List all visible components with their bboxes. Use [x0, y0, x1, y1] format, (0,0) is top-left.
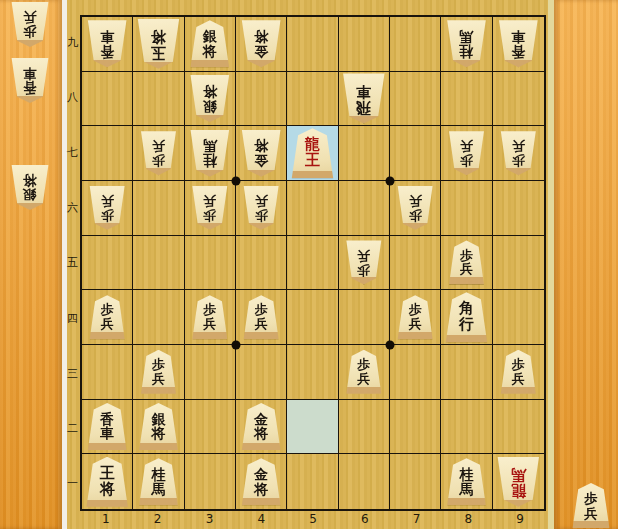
rank-labels: 九八七六五四三二一 — [65, 15, 80, 511]
piece-kanji: 龍馬 — [511, 466, 526, 498]
board-cell-4-七[interactable]: 金将 — [236, 126, 287, 181]
piece-kanji: 桂馬 — [459, 29, 473, 59]
board-grid: 香車玉将銀将金将桂馬香車銀将飛車歩兵桂馬金将龍王歩兵歩兵歩兵歩兵歩兵歩兵歩兵歩兵… — [80, 15, 546, 511]
piece-kanji: 歩兵 — [409, 303, 422, 331]
piece-pawn[interactable]: 歩兵 — [191, 295, 229, 339]
piece-kanji: 歩兵 — [23, 10, 37, 39]
board-cell-6-一[interactable] — [339, 454, 390, 509]
board-cell-4-九[interactable]: 金将 — [236, 17, 287, 72]
board-cell-7-八[interactable] — [390, 72, 441, 127]
piece-pawn[interactable]: 歩兵 — [499, 350, 537, 394]
board-cell-4-五[interactable] — [236, 236, 287, 291]
piece-kanji: 歩兵 — [101, 194, 114, 222]
board-cell-1-八[interactable] — [82, 72, 133, 127]
board-cell-2-一[interactable]: 桂馬 — [133, 454, 184, 509]
board-cell-1-二[interactable]: 香車 — [82, 400, 133, 455]
piece-kanji: 歩兵 — [357, 358, 370, 386]
board-cell-8-八[interactable] — [441, 72, 492, 127]
piece-pawn[interactable]: 歩兵 — [88, 186, 126, 230]
hand-tray-bottom-player: 歩兵 — [554, 0, 618, 529]
piece-kanji: 歩兵 — [512, 358, 525, 386]
board-cell-4-二[interactable]: 金将 — [236, 400, 287, 455]
piece-pawn[interactable]: 歩兵 — [345, 240, 383, 284]
board-cell-8-三[interactable] — [441, 345, 492, 400]
board-cell-1-四[interactable]: 歩兵 — [82, 290, 133, 345]
piece-kanji: 歩兵 — [255, 303, 268, 331]
hand-piece-pawn[interactable]: 歩兵 — [571, 483, 611, 528]
piece-kanji: 桂馬 — [459, 467, 473, 497]
file-label-8: 8 — [442, 510, 494, 528]
piece-kanji: 歩兵 — [460, 139, 473, 167]
board-cell-6-五[interactable]: 歩兵 — [339, 236, 390, 291]
board-cell-8-一[interactable]: 桂馬 — [441, 454, 492, 509]
piece-kanji: 龍王 — [305, 137, 320, 169]
rank-label-六: 六 — [65, 180, 80, 235]
board-cell-9-八[interactable] — [493, 72, 544, 127]
file-label-5: 5 — [287, 510, 339, 528]
piece-bishop[interactable]: 角行 — [444, 292, 489, 342]
board-cell-6-八[interactable]: 飛車 — [339, 72, 390, 127]
piece-kanji: 銀将 — [203, 84, 217, 114]
board-cell-3-四[interactable]: 歩兵 — [185, 290, 236, 345]
board-cell-7-三[interactable] — [390, 345, 441, 400]
piece-pawn[interactable]: 歩兵 — [191, 186, 229, 230]
board-cell-7-九[interactable] — [390, 17, 441, 72]
board-cell-6-六[interactable] — [339, 181, 390, 236]
piece-pawn[interactable]: 歩兵 — [139, 131, 177, 175]
board-cell-1-五[interactable] — [82, 236, 133, 291]
piece-kanji: 歩兵 — [203, 194, 216, 222]
piece-kanji: 歩兵 — [152, 139, 165, 167]
hand-piece-pawn[interactable]: 歩兵 — [10, 2, 50, 47]
piece-pawn[interactable]: 歩兵 — [396, 295, 434, 339]
board-cell-2-六[interactable] — [133, 181, 184, 236]
piece-gold[interactable]: 金将 — [240, 403, 282, 450]
hand-piece-lance[interactable]: 香車 — [10, 58, 50, 103]
board-cell-4-四[interactable]: 歩兵 — [236, 290, 287, 345]
piece-promoted-rook[interactable]: 龍王 — [290, 128, 335, 178]
file-label-3: 3 — [184, 510, 236, 528]
board-cell-2-五[interactable] — [133, 236, 184, 291]
board-cell-4-六[interactable]: 歩兵 — [236, 181, 287, 236]
piece-knight[interactable]: 桂馬 — [137, 458, 179, 505]
piece-pawn[interactable]: 歩兵 — [242, 295, 280, 339]
piece-kanji: 銀将 — [23, 173, 37, 202]
board-cell-5-三[interactable] — [287, 345, 338, 400]
board-cell-4-八[interactable] — [236, 72, 287, 127]
board-cell-8-四[interactable]: 角行 — [441, 290, 492, 345]
piece-pawn[interactable]: 歩兵 — [242, 186, 280, 230]
piece-knight[interactable]: 桂馬 — [189, 130, 231, 177]
piece-pawn[interactable]: 歩兵 — [139, 350, 177, 394]
board-cell-2-九[interactable]: 玉将 — [133, 17, 184, 72]
rank-label-七: 七 — [65, 125, 80, 180]
board-cell-5-四[interactable] — [287, 290, 338, 345]
piece-gold[interactable]: 金将 — [240, 458, 282, 505]
piece-kanji: 歩兵 — [152, 358, 165, 386]
piece-kanji: 飛車 — [356, 83, 371, 115]
rank-label-五: 五 — [65, 235, 80, 290]
board-cell-7-七[interactable] — [390, 126, 441, 181]
shogi-app: 歩兵香車銀将 九八七六五四三二一 香車玉将銀将金将桂馬香車銀将飛車歩兵桂馬金将龍… — [0, 0, 618, 529]
piece-kanji: 金将 — [254, 412, 268, 442]
file-label-6: 6 — [339, 510, 391, 528]
rank-label-四: 四 — [65, 291, 80, 346]
hand-tray-top-player: 歩兵香車銀将 — [0, 0, 62, 529]
piece-kanji: 玉将 — [151, 28, 166, 60]
board-cell-5-一[interactable] — [287, 454, 338, 509]
board-cell-8-二[interactable] — [441, 400, 492, 455]
piece-kanji: 歩兵 — [101, 303, 114, 331]
board-cell-2-三[interactable]: 歩兵 — [133, 345, 184, 400]
piece-kanji: 銀将 — [151, 412, 165, 442]
rank-label-一: 一 — [65, 456, 80, 511]
piece-lance[interactable]: 香車 — [497, 20, 539, 67]
board-cell-5-五[interactable] — [287, 236, 338, 291]
piece-kanji: 王将 — [100, 466, 115, 498]
board-cell-7-四[interactable]: 歩兵 — [390, 290, 441, 345]
board-cell-5-八[interactable] — [287, 72, 338, 127]
board-cell-7-六[interactable]: 歩兵 — [390, 181, 441, 236]
piece-kanji: 香車 — [100, 412, 114, 442]
piece-kanji: 桂馬 — [151, 467, 165, 497]
board-cell-6-九[interactable] — [339, 17, 390, 72]
piece-kanji: 香車 — [23, 66, 37, 95]
piece-kanji: 金将 — [254, 29, 268, 59]
piece-silver[interactable]: 銀将 — [137, 403, 179, 450]
board-cell-1-九[interactable]: 香車 — [82, 17, 133, 72]
board-cell-5-七[interactable]: 龍王 — [287, 126, 338, 181]
piece-king[interactable]: 玉将 — [136, 19, 181, 69]
board-cell-8-七[interactable]: 歩兵 — [441, 126, 492, 181]
board-cell-2-二[interactable]: 銀将 — [133, 400, 184, 455]
board-cell-3-五[interactable] — [185, 236, 236, 291]
piece-silver[interactable]: 銀将 — [189, 75, 231, 122]
file-label-9: 9 — [494, 510, 546, 528]
board-cell-3-二[interactable] — [185, 400, 236, 455]
board-cell-4-一[interactable]: 金将 — [236, 454, 287, 509]
board-cell-5-六[interactable] — [287, 181, 338, 236]
board-cell-1-七[interactable] — [82, 126, 133, 181]
piece-king[interactable]: 王将 — [85, 457, 130, 507]
piece-kanji: 歩兵 — [460, 249, 473, 277]
rank-label-三: 三 — [65, 346, 80, 401]
board-cell-4-三[interactable] — [236, 345, 287, 400]
piece-kanji: 銀将 — [203, 29, 217, 59]
piece-kanji: 香車 — [100, 29, 114, 59]
rank-label-九: 九 — [65, 15, 80, 70]
piece-kanji: 香車 — [511, 29, 525, 59]
board-cell-3-六[interactable]: 歩兵 — [185, 181, 236, 236]
piece-kanji: 歩兵 — [409, 194, 422, 222]
board-cell-9-五[interactable] — [493, 236, 544, 291]
board-cell-9-四[interactable] — [493, 290, 544, 345]
board-cell-6-四[interactable] — [339, 290, 390, 345]
board-cell-6-七[interactable] — [339, 126, 390, 181]
board-cell-9-二[interactable] — [493, 400, 544, 455]
board-cell-3-三[interactable] — [185, 345, 236, 400]
file-labels: 123456789 — [80, 510, 546, 528]
board-cell-5-二[interactable] — [287, 400, 338, 455]
piece-pawn[interactable]: 歩兵 — [88, 295, 126, 339]
piece-kanji: 角行 — [459, 301, 474, 333]
board-cell-8-六[interactable] — [441, 181, 492, 236]
piece-lance[interactable]: 香車 — [86, 403, 128, 450]
piece-kanji: 歩兵 — [255, 194, 268, 222]
file-label-1: 1 — [80, 510, 132, 528]
piece-gold[interactable]: 金将 — [240, 20, 282, 67]
piece-pawn[interactable]: 歩兵 — [499, 131, 537, 175]
piece-kanji: 歩兵 — [584, 491, 598, 520]
board-cell-7-一[interactable] — [390, 454, 441, 509]
board-cell-5-九[interactable] — [287, 17, 338, 72]
piece-kanji: 歩兵 — [512, 139, 525, 167]
piece-kanji: 金将 — [254, 138, 268, 168]
board-cell-7-五[interactable] — [390, 236, 441, 291]
piece-lance[interactable]: 香車 — [86, 20, 128, 67]
board-cell-2-四[interactable] — [133, 290, 184, 345]
board-cell-1-六[interactable]: 歩兵 — [82, 181, 133, 236]
piece-kanji: 金将 — [254, 467, 268, 497]
board-cell-1-一[interactable]: 王将 — [82, 454, 133, 509]
board-cell-3-八[interactable]: 銀将 — [185, 72, 236, 127]
file-label-2: 2 — [132, 510, 184, 528]
board-cell-9-一[interactable]: 龍馬 — [493, 454, 544, 509]
board-cell-9-六[interactable] — [493, 181, 544, 236]
file-label-7: 7 — [391, 510, 443, 528]
piece-knight[interactable]: 桂馬 — [445, 20, 487, 67]
board-cell-3-九[interactable]: 銀将 — [185, 17, 236, 72]
piece-kanji: 歩兵 — [203, 303, 216, 331]
file-label-4: 4 — [235, 510, 287, 528]
board-cell-8-九[interactable]: 桂馬 — [441, 17, 492, 72]
piece-pawn[interactable]: 歩兵 — [345, 350, 383, 394]
rank-label-八: 八 — [65, 70, 80, 125]
hand-piece-silver[interactable]: 銀将 — [10, 165, 50, 210]
board-cell-2-七[interactable]: 歩兵 — [133, 126, 184, 181]
piece-gold[interactable]: 金将 — [240, 130, 282, 177]
board-cell-9-七[interactable]: 歩兵 — [493, 126, 544, 181]
piece-pawn[interactable]: 歩兵 — [447, 240, 485, 284]
board-cell-3-七[interactable]: 桂馬 — [185, 126, 236, 181]
rank-label-二: 二 — [65, 401, 80, 456]
board-cell-6-二[interactable] — [339, 400, 390, 455]
piece-pawn[interactable]: 歩兵 — [396, 186, 434, 230]
board-cell-2-八[interactable] — [133, 72, 184, 127]
piece-kanji: 歩兵 — [357, 249, 370, 277]
board-cell-7-二[interactable] — [390, 400, 441, 455]
board-cell-1-三[interactable] — [82, 345, 133, 400]
board-cell-9-九[interactable]: 香車 — [493, 17, 544, 72]
piece-pawn[interactable]: 歩兵 — [447, 131, 485, 175]
board-cell-8-五[interactable]: 歩兵 — [441, 236, 492, 291]
piece-rook[interactable]: 飛車 — [341, 73, 386, 123]
piece-silver[interactable]: 銀将 — [189, 20, 231, 67]
piece-kanji: 桂馬 — [203, 138, 217, 168]
board-cell-9-三[interactable]: 歩兵 — [493, 345, 544, 400]
piece-knight[interactable]: 桂馬 — [445, 458, 487, 505]
board-cell-6-三[interactable]: 歩兵 — [339, 345, 390, 400]
piece-promoted-bishop[interactable]: 龍馬 — [496, 457, 541, 507]
board-cell-3-一[interactable] — [185, 454, 236, 509]
